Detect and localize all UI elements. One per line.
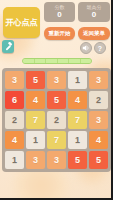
tile[interactable]: 7 — [47, 131, 66, 149]
tile[interactable]: 3 — [47, 151, 66, 169]
tile[interactable]: 3 — [89, 111, 108, 129]
tile[interactable]: 2 — [5, 111, 24, 129]
tile[interactable]: 5 — [26, 71, 45, 89]
progress-segment — [58, 59, 70, 63]
score-box: 分数 0 — [44, 2, 75, 22]
tile[interactable]: 3 — [89, 71, 108, 89]
tile[interactable]: 3 — [47, 71, 66, 89]
tile[interactable]: 5 — [89, 151, 108, 169]
tile[interactable]: 1 — [68, 131, 87, 149]
tile[interactable]: 2 — [47, 111, 66, 129]
help-button[interactable]: ? — [94, 42, 106, 54]
tile[interactable]: 7 — [68, 111, 87, 129]
board-grid: 3531364542272734171413355 — [2, 68, 111, 172]
tile[interactable]: 3 — [5, 71, 24, 89]
progress-segment — [81, 59, 92, 63]
tile[interactable]: 1 — [5, 151, 24, 169]
hammer-tool-button[interactable] — [2, 40, 14, 53]
tile[interactable]: 2 — [89, 91, 108, 109]
best-score-box: 最高分 0 — [78, 2, 110, 22]
tile[interactable]: 7 — [26, 111, 45, 129]
tile[interactable]: 1 — [26, 131, 45, 149]
progress-segment — [35, 59, 47, 63]
tile[interactable]: 5 — [47, 91, 66, 109]
game-logo: 开心点点 — [3, 7, 40, 38]
tile[interactable]: 4 — [68, 91, 87, 109]
question-mark-icon: ? — [98, 45, 102, 52]
best-score-value: 0 — [92, 11, 96, 19]
progress-segment — [46, 59, 58, 63]
progress-segment — [69, 59, 81, 63]
level-progress-bar — [22, 58, 92, 64]
tile[interactable]: 4 — [5, 131, 24, 149]
game-screen: 开心点点 分数 0 最高分 0 重新开始 返回菜单 ? 353136454227… — [0, 0, 113, 200]
tile[interactable]: 4 — [26, 91, 45, 109]
tile[interactable]: 1 — [68, 71, 87, 89]
tile[interactable]: 6 — [5, 91, 24, 109]
speaker-icon — [82, 44, 90, 52]
tile[interactable]: 5 — [68, 151, 87, 169]
restart-button[interactable]: 重新开始 — [44, 27, 75, 40]
tile[interactable]: 3 — [26, 151, 45, 169]
sound-button[interactable] — [80, 42, 92, 54]
hammer-icon — [4, 39, 13, 54]
progress-segment — [23, 59, 35, 63]
score-value: 0 — [57, 11, 61, 19]
tile[interactable]: 4 — [89, 131, 108, 149]
menu-button[interactable]: 返回菜单 — [78, 27, 110, 40]
game-title: 开心点点 — [6, 17, 38, 28]
